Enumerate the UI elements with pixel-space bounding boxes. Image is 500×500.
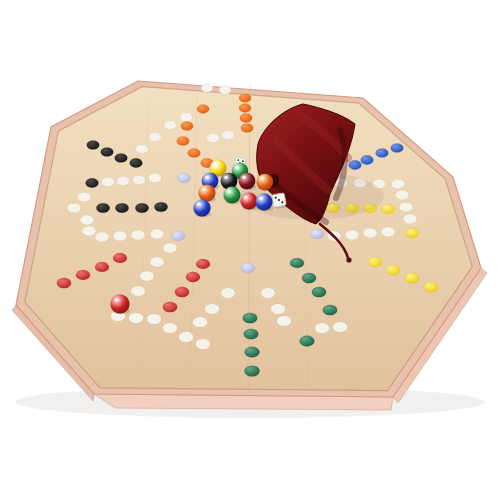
- board-hole-o: [239, 104, 251, 113]
- board-hole-w: [345, 230, 359, 240]
- marble-blue: [193, 199, 210, 216]
- board-hole-w: [82, 226, 96, 236]
- board-hole-w: [116, 176, 129, 185]
- board-hole-w: [148, 173, 161, 182]
- board-hole-w: [147, 314, 162, 325]
- board-hole-k: [87, 140, 100, 149]
- board-hole-w: [261, 288, 275, 298]
- board-hole-w: [163, 243, 177, 253]
- board-hole-o: [177, 136, 190, 145]
- board-hole-w: [207, 133, 220, 142]
- board-hole-r: [57, 278, 71, 288]
- board-hole-w: [150, 257, 164, 267]
- board-render: [0, 0, 500, 500]
- board-hole-lv: [241, 263, 255, 273]
- board-hole-w: [149, 132, 162, 141]
- board-hole-b: [361, 155, 374, 164]
- board-hole-y: [381, 204, 394, 214]
- board-hole-w: [381, 227, 395, 237]
- board-hole-g: [290, 258, 304, 268]
- marble-glint: [259, 197, 263, 199]
- board-hole-r: [163, 302, 178, 313]
- board-hole-k: [101, 147, 114, 156]
- board-hole-y: [368, 257, 382, 267]
- board-hole-r: [76, 270, 90, 280]
- board-hole-w: [77, 192, 90, 202]
- board-hole-w: [395, 190, 408, 200]
- board-hole-r: [196, 259, 210, 269]
- board-hole-k: [115, 203, 128, 213]
- board-hole-w: [80, 215, 94, 225]
- marble-glint: [213, 163, 217, 165]
- board-hole-o: [239, 94, 251, 103]
- board-hole-w: [136, 144, 149, 153]
- board-hole-r: [175, 287, 189, 297]
- board-hole-w: [201, 84, 213, 93]
- marble-orange: [199, 185, 216, 202]
- marble-green: [224, 187, 241, 204]
- board-hole-g: [323, 305, 338, 316]
- board-hole-b: [391, 143, 404, 152]
- board-hole-o: [188, 148, 201, 157]
- board-hole-w: [222, 130, 235, 139]
- board-hole-b: [376, 148, 389, 157]
- board-hole-k: [154, 202, 167, 212]
- board-hole-k: [135, 203, 148, 213]
- marble-glint: [205, 176, 209, 178]
- marble-blue: [255, 193, 272, 210]
- board-hole-g: [243, 313, 258, 324]
- board-hole-lv: [171, 231, 185, 241]
- bag-tassel: [346, 257, 351, 262]
- board-hole-w: [315, 323, 330, 334]
- board-hole-w: [221, 288, 235, 298]
- board-hole-w: [113, 231, 127, 241]
- board-hole-o: [240, 114, 252, 123]
- product-photo-aggravation-board: Wooden Aggravation (Wahoo) marble race g…: [0, 0, 500, 500]
- board-hole-y: [405, 273, 419, 283]
- marble-glint: [224, 176, 228, 178]
- board-hole-k: [96, 203, 109, 213]
- board-hole-w: [150, 229, 164, 239]
- board-hole-w: [193, 317, 208, 328]
- marble-glint: [235, 166, 239, 168]
- board-hole-w: [129, 313, 144, 324]
- board-hole-g: [244, 365, 259, 376]
- board-hole-r: [186, 272, 200, 282]
- board-hole-w: [67, 203, 80, 213]
- board-hole-w: [180, 113, 192, 122]
- board-hole-w: [403, 214, 417, 224]
- board-hole-lv: [177, 173, 190, 182]
- board-hole-y: [405, 228, 419, 238]
- board-hole-g: [299, 336, 314, 347]
- marble-glint: [260, 177, 264, 179]
- board-hole-b: [349, 160, 362, 169]
- board-hole-g: [244, 347, 259, 358]
- board-hole-w: [219, 86, 231, 95]
- marble-red: [110, 294, 129, 313]
- board-hole-w: [205, 304, 220, 315]
- board-hole-k: [85, 178, 98, 187]
- board-hole-w: [140, 271, 154, 281]
- board-hole-w: [95, 232, 109, 242]
- board-hole-r: [95, 262, 109, 272]
- board-hole-w: [101, 177, 114, 186]
- marble-glint: [197, 203, 201, 205]
- board-hole-g: [244, 329, 259, 340]
- board-hole-w: [163, 323, 178, 334]
- marble-glint: [227, 190, 231, 192]
- board-hole-w: [271, 304, 286, 315]
- board-hole-w: [277, 316, 292, 327]
- marble-darkred: [239, 173, 256, 190]
- marble-orange: [257, 174, 274, 191]
- board-hole-o: [197, 105, 209, 114]
- board-hole-w: [131, 286, 145, 296]
- board-hole-k: [130, 158, 143, 167]
- board-hole-w: [164, 121, 177, 130]
- board-hole-y: [424, 282, 438, 292]
- board-hole-lv: [310, 229, 324, 239]
- board-hole-w: [132, 175, 145, 184]
- board-hole-w: [179, 332, 194, 343]
- board-hole-g: [302, 273, 316, 283]
- marble-red: [240, 192, 257, 209]
- marble-glint: [115, 299, 119, 302]
- marble-glint: [202, 188, 206, 190]
- board-hole-o: [181, 122, 194, 131]
- board-photo-svg: [0, 0, 500, 500]
- board-hole-w: [195, 339, 210, 350]
- board-hole-w: [391, 179, 404, 188]
- board-hole-w: [363, 228, 377, 238]
- board-hole-y: [386, 265, 400, 275]
- board-hole-w: [131, 230, 145, 240]
- marble-glint: [242, 176, 246, 178]
- board-hole-k: [115, 153, 128, 162]
- board-hole-o: [241, 124, 254, 133]
- board-hole-w: [333, 322, 348, 333]
- marble-glint: [244, 196, 248, 198]
- board-hole-g: [312, 287, 326, 297]
- board-hole-r: [113, 253, 127, 263]
- board-hole-w: [399, 202, 412, 212]
